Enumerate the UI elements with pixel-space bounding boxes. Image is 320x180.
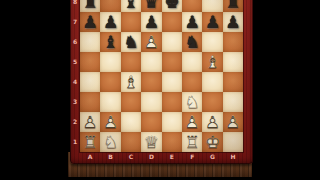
piece-black-queen-d8[interactable]: ♛ — [141, 0, 161, 12]
white-queen-outline: ♕ — [141, 132, 161, 152]
square-c4[interactable]: ♝♗ — [121, 72, 141, 92]
square-h6[interactable] — [223, 32, 243, 52]
square-c7[interactable] — [121, 12, 141, 32]
square-e6[interactable] — [162, 32, 182, 52]
piece-black-pawn-g7[interactable]: ♟ — [202, 12, 222, 32]
file-label-E: E — [162, 152, 182, 163]
square-bevel — [141, 52, 161, 72]
piece-white-rook-a1[interactable]: ♜♖ — [80, 132, 100, 152]
file-label-C: C — [121, 152, 141, 163]
rank-label-7: 7 — [70, 12, 80, 32]
piece-black-pawn-f7[interactable]: ♟ — [182, 12, 202, 32]
square-bevel — [223, 132, 243, 152]
square-g1[interactable]: ♚♔ — [202, 132, 222, 152]
square-bevel — [202, 92, 222, 112]
file-label-F: F — [182, 152, 202, 163]
square-f3[interactable]: ♞♘ — [182, 92, 202, 112]
square-bevel — [141, 92, 161, 112]
square-bevel — [223, 92, 243, 112]
white-bishop-outline: ♗ — [121, 72, 141, 92]
square-g5[interactable]: ♝♗ — [202, 52, 222, 72]
file-label-D: D — [141, 152, 161, 163]
square-b3[interactable] — [100, 92, 120, 112]
piece-black-king-e8[interactable]: ♚ — [162, 0, 182, 12]
rank-label-2: 2 — [70, 112, 80, 132]
rank-label-5: 5 — [70, 52, 80, 72]
square-b7[interactable]: ♟ — [100, 12, 120, 32]
file-label-B: B — [100, 152, 120, 163]
white-pawn-outline: ♙ — [80, 112, 100, 132]
piece-black-knight-f6[interactable]: ♞ — [182, 32, 202, 52]
square-f2[interactable]: ♟♙ — [182, 112, 202, 132]
square-bevel — [100, 52, 120, 72]
square-f8[interactable] — [182, 0, 202, 12]
piece-white-rook-f1[interactable]: ♜♖ — [182, 132, 202, 152]
piece-black-rook-a8[interactable]: ♜ — [80, 0, 100, 12]
file-label-H: H — [223, 152, 243, 163]
piece-white-queen-d1[interactable]: ♛♕ — [141, 132, 161, 152]
white-pawn-outline: ♙ — [141, 32, 161, 52]
square-f6[interactable]: ♞ — [182, 32, 202, 52]
square-g8[interactable] — [202, 0, 222, 12]
square-d7[interactable]: ♟ — [141, 12, 161, 32]
square-a8[interactable]: ♜ — [80, 0, 100, 12]
square-e3[interactable] — [162, 92, 182, 112]
square-h2[interactable]: ♟♙ — [223, 112, 243, 132]
square-bevel — [80, 92, 100, 112]
square-g2[interactable]: ♟♙ — [202, 112, 222, 132]
piece-black-pawn-d7[interactable]: ♟ — [141, 12, 161, 32]
white-rook-outline: ♖ — [182, 132, 202, 152]
white-pawn-outline: ♙ — [223, 112, 243, 132]
piece-black-bishop-c8[interactable]: ♝ — [121, 0, 141, 12]
square-g3[interactable] — [202, 92, 222, 112]
square-bevel — [121, 132, 141, 152]
square-bevel — [100, 0, 120, 12]
square-f1[interactable]: ♜♖ — [182, 132, 202, 152]
square-bevel — [162, 12, 182, 32]
white-rook-outline: ♖ — [80, 132, 100, 152]
square-bevel — [182, 72, 202, 92]
square-e7[interactable] — [162, 12, 182, 32]
white-knight-outline: ♘ — [182, 92, 202, 112]
square-bevel — [202, 0, 222, 12]
square-h5[interactable] — [223, 52, 243, 72]
square-bevel — [182, 52, 202, 72]
piece-black-bishop-b6[interactable]: ♝ — [100, 32, 120, 52]
chess-board: ♜♝♛♚♜♟♟♟♟♟♟♝♞♟♙♞♝♗♝♗♞♘♟♙♟♙♟♙♟♙♟♙♜♖♞♘♛♕♜♖… — [80, 0, 243, 152]
square-bevel — [162, 112, 182, 132]
square-d6[interactable]: ♟♙ — [141, 32, 161, 52]
square-d8[interactable]: ♛ — [141, 0, 161, 12]
piece-white-pawn-b2[interactable]: ♟♙ — [100, 112, 120, 132]
piece-white-king-g1[interactable]: ♚♔ — [202, 132, 222, 152]
piece-black-rook-h8[interactable]: ♜ — [223, 0, 243, 12]
square-bevel — [202, 72, 222, 92]
square-h1[interactable] — [223, 132, 243, 152]
piece-white-bishop-c4[interactable]: ♝♗ — [121, 72, 141, 92]
piece-black-pawn-a7[interactable]: ♟ — [80, 12, 100, 32]
square-bevel — [80, 52, 100, 72]
square-d5[interactable] — [141, 52, 161, 72]
white-bishop-outline: ♗ — [202, 52, 222, 72]
square-h7[interactable]: ♟ — [223, 12, 243, 32]
square-a7[interactable]: ♟ — [80, 12, 100, 32]
video-frame-background: ♜♝♛♚♜♟♟♟♟♟♟♝♞♟♙♞♝♗♝♗♞♘♟♙♟♙♟♙♟♙♟♙♜♖♞♘♛♕♜♖… — [0, 0, 320, 180]
square-bevel — [162, 32, 182, 52]
white-pawn-outline: ♙ — [100, 112, 120, 132]
square-bevel — [80, 72, 100, 92]
square-b1[interactable]: ♞♘ — [100, 132, 120, 152]
rank-label-4: 4 — [70, 72, 80, 92]
square-a6[interactable] — [80, 32, 100, 52]
square-c6[interactable]: ♞ — [121, 32, 141, 52]
piece-black-knight-c6[interactable]: ♞ — [121, 32, 141, 52]
file-label-A: A — [80, 152, 100, 163]
square-bevel — [223, 72, 243, 92]
square-a4[interactable] — [80, 72, 100, 92]
square-e5[interactable] — [162, 52, 182, 72]
square-bevel — [141, 112, 161, 132]
square-bevel — [223, 52, 243, 72]
square-h3[interactable] — [223, 92, 243, 112]
piece-white-knight-b1[interactable]: ♞♘ — [100, 132, 120, 152]
square-bevel — [182, 0, 202, 12]
piece-white-pawn-f2[interactable]: ♟♙ — [182, 112, 202, 132]
piece-white-pawn-g2[interactable]: ♟♙ — [202, 112, 222, 132]
square-e8[interactable]: ♚ — [162, 0, 182, 12]
square-d2[interactable] — [141, 112, 161, 132]
square-c8[interactable]: ♝ — [121, 0, 141, 12]
white-pawn-outline: ♙ — [202, 112, 222, 132]
square-a5[interactable] — [80, 52, 100, 72]
square-bevel — [162, 72, 182, 92]
piece-white-bishop-g5[interactable]: ♝♗ — [202, 52, 222, 72]
square-bevel — [162, 92, 182, 112]
square-e4[interactable] — [162, 72, 182, 92]
square-c2[interactable] — [121, 112, 141, 132]
square-f7[interactable]: ♟ — [182, 12, 202, 32]
rank-label-6: 6 — [70, 32, 80, 52]
square-b5[interactable] — [100, 52, 120, 72]
square-bevel — [121, 52, 141, 72]
square-f5[interactable] — [182, 52, 202, 72]
white-king-outline: ♔ — [202, 132, 222, 152]
white-knight-outline: ♘ — [100, 132, 120, 152]
square-b6[interactable]: ♝ — [100, 32, 120, 52]
square-bevel — [80, 32, 100, 52]
square-d3[interactable] — [141, 92, 161, 112]
square-c3[interactable] — [121, 92, 141, 112]
square-bevel — [162, 132, 182, 152]
square-d1[interactable]: ♛♕ — [141, 132, 161, 152]
piece-white-knight-f3[interactable]: ♞♘ — [182, 92, 202, 112]
square-h8[interactable]: ♜ — [223, 0, 243, 12]
letterbox-bar — [0, 177, 320, 180]
square-h4[interactable] — [223, 72, 243, 92]
square-g4[interactable] — [202, 72, 222, 92]
square-c5[interactable] — [121, 52, 141, 72]
square-bevel — [162, 52, 182, 72]
square-bevel — [121, 92, 141, 112]
square-e2[interactable] — [162, 112, 182, 132]
piece-white-pawn-a2[interactable]: ♟♙ — [80, 112, 100, 132]
square-bevel — [141, 72, 161, 92]
square-e1[interactable] — [162, 132, 182, 152]
square-a3[interactable] — [80, 92, 100, 112]
square-bevel — [121, 12, 141, 32]
square-g7[interactable]: ♟ — [202, 12, 222, 32]
rank-label-1: 1 — [70, 132, 80, 152]
square-f4[interactable] — [182, 72, 202, 92]
file-label-G: G — [202, 152, 222, 163]
piece-white-pawn-h2[interactable]: ♟♙ — [223, 112, 243, 132]
rank-label-3: 3 — [70, 92, 80, 112]
square-b4[interactable] — [100, 72, 120, 92]
square-c1[interactable] — [121, 132, 141, 152]
square-g6[interactable] — [202, 32, 222, 52]
square-bevel — [100, 92, 120, 112]
square-bevel — [202, 32, 222, 52]
square-bevel — [223, 32, 243, 52]
chess-board-frame: ♜♝♛♚♜♟♟♟♟♟♟♝♞♟♙♞♝♗♝♗♞♘♟♙♟♙♟♙♟♙♟♙♜♖♞♘♛♕♜♖… — [70, 0, 253, 164]
square-d4[interactable] — [141, 72, 161, 92]
square-bevel — [100, 72, 120, 92]
white-pawn-outline: ♙ — [182, 112, 202, 132]
square-a1[interactable]: ♜♖ — [80, 132, 100, 152]
rank-label-8: 8 — [70, 0, 80, 12]
piece-black-pawn-b7[interactable]: ♟ — [100, 12, 120, 32]
square-a2[interactable]: ♟♙ — [80, 112, 100, 132]
square-b8[interactable] — [100, 0, 120, 12]
square-bevel — [121, 112, 141, 132]
piece-black-pawn-h7[interactable]: ♟ — [223, 12, 243, 32]
square-b2[interactable]: ♟♙ — [100, 112, 120, 132]
piece-white-pawn-d6[interactable]: ♟♙ — [141, 32, 161, 52]
